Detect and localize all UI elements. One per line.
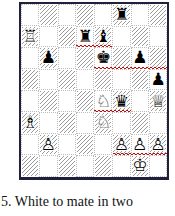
square-e6: ♚ xyxy=(94,47,112,69)
white-knight: ♘ xyxy=(96,114,111,131)
black-bishop: ♝ xyxy=(96,28,111,45)
square-d3 xyxy=(76,112,94,134)
square-g6: ♟ xyxy=(131,47,149,69)
square-c7 xyxy=(58,26,76,48)
square-g1: ♔ xyxy=(131,155,149,177)
square-a2 xyxy=(21,134,39,156)
square-d2 xyxy=(76,134,94,156)
white-bishop: ♗ xyxy=(23,114,38,131)
square-c3 xyxy=(58,112,76,134)
square-e2 xyxy=(94,134,112,156)
square-c5 xyxy=(58,69,76,91)
white-pawn: ♙ xyxy=(151,136,166,153)
square-f3 xyxy=(112,112,130,134)
square-f6 xyxy=(112,47,130,69)
diagram-page: ♜♖♜♝♟♚♟♟♘♛♕♗♘♙♙♙♙♔ 5. White to mate in t… xyxy=(0,0,175,216)
square-a3: ♗ xyxy=(21,112,39,134)
square-a7: ♖ xyxy=(21,26,39,48)
square-c6 xyxy=(58,47,76,69)
square-f1 xyxy=(112,155,130,177)
square-e1 xyxy=(94,155,112,177)
black-rook: ♜ xyxy=(114,6,129,23)
square-h3 xyxy=(149,112,167,134)
square-b2: ♙ xyxy=(39,134,57,156)
square-d4 xyxy=(76,90,94,112)
square-a6 xyxy=(21,47,39,69)
square-g3 xyxy=(131,112,149,134)
square-c4 xyxy=(58,90,76,112)
square-f8: ♜ xyxy=(112,4,130,26)
square-e3: ♘ xyxy=(94,112,112,134)
square-b8 xyxy=(39,4,57,26)
square-c1 xyxy=(58,155,76,177)
square-h7 xyxy=(149,26,167,48)
square-e5 xyxy=(94,69,112,91)
square-d8 xyxy=(76,4,94,26)
square-e4: ♘ xyxy=(94,90,112,112)
white-queen: ♕ xyxy=(151,93,166,110)
square-h2: ♙ xyxy=(149,134,167,156)
black-rook: ♜ xyxy=(77,28,92,45)
white-knight: ♘ xyxy=(96,93,111,110)
white-pawn: ♙ xyxy=(41,136,56,153)
black-queen: ♛ xyxy=(114,93,129,110)
square-a8 xyxy=(21,4,39,26)
square-e8 xyxy=(94,4,112,26)
black-pawn: ♟ xyxy=(151,71,166,88)
square-b3 xyxy=(39,112,57,134)
square-d5 xyxy=(76,69,94,91)
square-h1 xyxy=(149,155,167,177)
square-e7: ♝ xyxy=(94,26,112,48)
diagram-caption: 5. White to mate in two xyxy=(1,194,133,210)
square-g4 xyxy=(131,90,149,112)
square-c8 xyxy=(58,4,76,26)
square-a5 xyxy=(21,69,39,91)
square-b4 xyxy=(39,90,57,112)
square-g8 xyxy=(131,4,149,26)
white-pawn: ♙ xyxy=(114,136,129,153)
square-h6 xyxy=(149,47,167,69)
black-king: ♚ xyxy=(96,49,111,66)
square-h8 xyxy=(149,4,167,26)
square-f4: ♛ xyxy=(112,90,130,112)
black-pawn: ♟ xyxy=(41,49,56,66)
square-b5 xyxy=(39,69,57,91)
square-b1 xyxy=(39,155,57,177)
square-h4: ♕ xyxy=(149,90,167,112)
square-h5: ♟ xyxy=(149,69,167,91)
square-b7 xyxy=(39,26,57,48)
square-f7 xyxy=(112,26,130,48)
chess-board-frame: ♜♖♜♝♟♚♟♟♘♛♕♗♘♙♙♙♙♔ xyxy=(19,2,169,180)
square-c2 xyxy=(58,134,76,156)
square-a1 xyxy=(21,155,39,177)
square-g7 xyxy=(131,26,149,48)
white-rook: ♖ xyxy=(23,28,38,45)
square-f5 xyxy=(112,69,130,91)
square-b6: ♟ xyxy=(39,47,57,69)
square-g2: ♙ xyxy=(131,134,149,156)
square-d6 xyxy=(76,47,94,69)
square-a4 xyxy=(21,90,39,112)
white-king: ♔ xyxy=(132,157,147,174)
square-d1 xyxy=(76,155,94,177)
square-f2: ♙ xyxy=(112,134,130,156)
black-pawn: ♟ xyxy=(132,49,147,66)
square-g5 xyxy=(131,69,149,91)
white-pawn: ♙ xyxy=(132,136,147,153)
chess-board: ♜♖♜♝♟♚♟♟♘♛♕♗♘♙♙♙♙♔ xyxy=(21,4,167,177)
square-d7: ♜ xyxy=(76,26,94,48)
